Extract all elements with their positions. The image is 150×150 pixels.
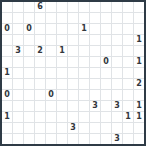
cell-r3c10[interactable] xyxy=(101,24,111,34)
cell-r3c12[interactable] xyxy=(123,24,133,34)
clue-cell-r9c1[interactable]: 0 xyxy=(2,90,12,100)
cell-r10c3[interactable] xyxy=(24,101,34,111)
cell-r4c9[interactable] xyxy=(90,35,100,45)
cell-r3c7[interactable] xyxy=(68,24,78,34)
cell-r7c10[interactable] xyxy=(101,68,111,78)
cell-r8c10[interactable] xyxy=(101,79,111,89)
cell-r10c12[interactable] xyxy=(123,101,133,111)
cell-r3c2[interactable] xyxy=(13,24,23,34)
cell-r12c4[interactable] xyxy=(35,123,45,133)
cell-r4c6[interactable] xyxy=(57,35,67,45)
cell-r1c10[interactable] xyxy=(101,2,111,12)
cell-r2c9[interactable] xyxy=(90,13,100,23)
cell-r11c9[interactable] xyxy=(90,112,100,122)
cell-r6c11[interactable] xyxy=(112,57,122,67)
cell-r11c11[interactable] xyxy=(112,112,122,122)
cell-r13c10[interactable] xyxy=(101,134,111,144)
cell-r13c6[interactable] xyxy=(57,134,67,144)
cell-r7c8[interactable] xyxy=(79,68,89,78)
cell-r6c5[interactable] xyxy=(46,57,56,67)
cell-r1c2[interactable] xyxy=(13,2,23,12)
cell-r7c3[interactable] xyxy=(24,68,34,78)
cell-r7c6[interactable] xyxy=(57,68,67,78)
cell-r5c11[interactable] xyxy=(112,46,122,56)
cell-r9c11[interactable] xyxy=(112,90,122,100)
clue-cell-r11c1[interactable]: 1 xyxy=(2,112,12,122)
cell-r6c2[interactable] xyxy=(13,57,23,67)
cell-r1c3[interactable] xyxy=(24,2,34,12)
cell-r6c4[interactable] xyxy=(35,57,45,67)
cell-r10c4[interactable] xyxy=(35,101,45,111)
cell-r2c11[interactable] xyxy=(112,13,122,23)
cell-r4c5[interactable] xyxy=(46,35,56,45)
cell-r4c1[interactable] xyxy=(2,35,12,45)
cell-r12c2[interactable] xyxy=(13,123,23,133)
cell-r8c4[interactable] xyxy=(35,79,45,89)
clue-cell-r4c13[interactable]: 1 xyxy=(134,35,144,45)
cell-r3c13[interactable] xyxy=(134,24,144,34)
cell-r7c11[interactable] xyxy=(112,68,122,78)
cell-r9c13[interactable] xyxy=(134,90,144,100)
cell-r13c9[interactable] xyxy=(90,134,100,144)
cell-r12c6[interactable] xyxy=(57,123,67,133)
cell-r3c11[interactable] xyxy=(112,24,122,34)
cell-r7c5[interactable] xyxy=(46,68,56,78)
cell-r4c12[interactable] xyxy=(123,35,133,45)
cell-r2c13[interactable] xyxy=(134,13,144,23)
cell-r2c7[interactable] xyxy=(68,13,78,23)
cell-r11c7[interactable] xyxy=(68,112,78,122)
cell-r13c12[interactable] xyxy=(123,134,133,144)
cell-r6c9[interactable] xyxy=(90,57,100,67)
cell-r12c12[interactable] xyxy=(123,123,133,133)
cell-r9c10[interactable] xyxy=(101,90,111,100)
cell-r5c7[interactable] xyxy=(68,46,78,56)
cell-r10c10[interactable] xyxy=(101,101,111,111)
cell-r4c4[interactable] xyxy=(35,35,45,45)
cell-r5c8[interactable] xyxy=(79,46,89,56)
cell-r9c4[interactable] xyxy=(35,90,45,100)
cell-r1c8[interactable] xyxy=(79,2,89,12)
clue-cell-r10c13[interactable]: 1 xyxy=(134,101,144,111)
cell-r11c6[interactable] xyxy=(57,112,67,122)
cell-r8c6[interactable] xyxy=(57,79,67,89)
cell-r13c2[interactable] xyxy=(13,134,23,144)
cell-r11c3[interactable] xyxy=(24,112,34,122)
cell-r1c1[interactable] xyxy=(2,2,12,12)
cell-r13c3[interactable] xyxy=(24,134,34,144)
clue-cell-r9c5[interactable]: 0 xyxy=(46,90,56,100)
cell-r1c11[interactable] xyxy=(112,2,122,12)
cell-r5c5[interactable] xyxy=(46,46,56,56)
clue-cell-r6c10[interactable]: 0 xyxy=(101,57,111,67)
cell-r6c12[interactable] xyxy=(123,57,133,67)
cell-r8c9[interactable] xyxy=(90,79,100,89)
cell-r9c9[interactable] xyxy=(90,90,100,100)
cell-r5c12[interactable] xyxy=(123,46,133,56)
cell-r4c8[interactable] xyxy=(79,35,89,45)
cell-r11c2[interactable] xyxy=(13,112,23,122)
clue-cell-r10c9[interactable]: 3 xyxy=(90,101,100,111)
cell-r9c8[interactable] xyxy=(79,90,89,100)
cell-r12c8[interactable] xyxy=(79,123,89,133)
cell-r12c13[interactable] xyxy=(134,123,144,133)
mosaic-puzzle-board: 6001132101120033111133 xyxy=(0,0,146,146)
cell-r4c2[interactable] xyxy=(13,35,23,45)
cell-r10c1[interactable] xyxy=(2,101,12,111)
cell-r7c7[interactable] xyxy=(68,68,78,78)
cell-r13c7[interactable] xyxy=(68,134,78,144)
cell-r12c9[interactable] xyxy=(90,123,100,133)
cell-r6c3[interactable] xyxy=(24,57,34,67)
cell-r1c5[interactable] xyxy=(46,2,56,12)
cell-r2c6[interactable] xyxy=(57,13,67,23)
cell-r8c7[interactable] xyxy=(68,79,78,89)
cell-r2c12[interactable] xyxy=(123,13,133,23)
puzzle-board-wrapper: 6001132101120033111133 xyxy=(0,0,146,146)
cell-r13c5[interactable] xyxy=(46,134,56,144)
cell-r4c7[interactable] xyxy=(68,35,78,45)
cell-r10c8[interactable] xyxy=(79,101,89,111)
cell-r8c1[interactable] xyxy=(2,79,12,89)
cell-r4c11[interactable] xyxy=(112,35,122,45)
clue-cell-r6c13[interactable]: 1 xyxy=(134,57,144,67)
cell-r2c1[interactable] xyxy=(2,13,12,23)
cell-r10c5[interactable] xyxy=(46,101,56,111)
cell-r10c2[interactable] xyxy=(13,101,23,111)
clue-cell-r5c2[interactable]: 3 xyxy=(13,46,23,56)
cell-r13c4[interactable] xyxy=(35,134,45,144)
cell-r6c8[interactable] xyxy=(79,57,89,67)
cell-r8c2[interactable] xyxy=(13,79,23,89)
cell-r7c4[interactable] xyxy=(35,68,45,78)
cell-r12c1[interactable] xyxy=(2,123,12,133)
cell-r3c4[interactable] xyxy=(35,24,45,34)
cell-r8c11[interactable] xyxy=(112,79,122,89)
cell-r12c10[interactable] xyxy=(101,123,111,133)
cell-r6c1[interactable] xyxy=(2,57,12,67)
cell-r5c10[interactable] xyxy=(101,46,111,56)
cell-r7c9[interactable] xyxy=(90,68,100,78)
cell-r7c12[interactable] xyxy=(123,68,133,78)
cell-r1c13[interactable] xyxy=(134,2,144,12)
cell-r3c5[interactable] xyxy=(46,24,56,34)
cell-r8c12[interactable] xyxy=(123,79,133,89)
cell-r8c8[interactable] xyxy=(79,79,89,89)
clue-cell-r10c11[interactable]: 3 xyxy=(112,101,122,111)
cell-r9c12[interactable] xyxy=(123,90,133,100)
cell-r5c3[interactable] xyxy=(24,46,34,56)
cell-r12c5[interactable] xyxy=(46,123,56,133)
cell-r13c1[interactable] xyxy=(2,134,12,144)
cell-r4c10[interactable] xyxy=(101,35,111,45)
cell-r13c13[interactable] xyxy=(134,134,144,144)
cell-r2c10[interactable] xyxy=(101,13,111,23)
cell-r12c3[interactable] xyxy=(24,123,34,133)
cell-r13c8[interactable] xyxy=(79,134,89,144)
cell-r1c12[interactable] xyxy=(123,2,133,12)
clue-cell-r3c1[interactable]: 0 xyxy=(2,24,12,34)
cell-r7c2[interactable] xyxy=(13,68,23,78)
clue-cell-r5c6[interactable]: 1 xyxy=(57,46,67,56)
cell-r3c6[interactable] xyxy=(57,24,67,34)
cell-r7c13[interactable] xyxy=(134,68,144,78)
cell-r4c3[interactable] xyxy=(24,35,34,45)
cell-r1c6[interactable] xyxy=(57,2,67,12)
cell-r6c6[interactable] xyxy=(57,57,67,67)
clue-cell-r12c7[interactable]: 3 xyxy=(68,123,78,133)
cell-r2c2[interactable] xyxy=(13,13,23,23)
cell-r2c3[interactable] xyxy=(24,13,34,23)
cell-r11c4[interactable] xyxy=(35,112,45,122)
cell-r9c3[interactable] xyxy=(24,90,34,100)
cell-r3c9[interactable] xyxy=(90,24,100,34)
cell-r2c8[interactable] xyxy=(79,13,89,23)
cell-r8c5[interactable] xyxy=(46,79,56,89)
cell-r2c5[interactable] xyxy=(46,13,56,23)
clue-cell-r7c1[interactable]: 1 xyxy=(2,68,12,78)
cell-r12c11[interactable] xyxy=(112,123,122,133)
cell-r2c4[interactable] xyxy=(35,13,45,23)
cell-r1c9[interactable] xyxy=(90,2,100,12)
cell-r11c8[interactable] xyxy=(79,112,89,122)
cell-r11c5[interactable] xyxy=(46,112,56,122)
clue-cell-r11c13[interactable]: 1 xyxy=(134,112,144,122)
cell-r9c7[interactable] xyxy=(68,90,78,100)
clue-cell-r5c4[interactable]: 2 xyxy=(35,46,45,56)
cell-r8c3[interactable] xyxy=(24,79,34,89)
clue-cell-r11c12[interactable]: 1 xyxy=(123,112,133,122)
cell-r9c2[interactable] xyxy=(13,90,23,100)
cell-r5c1[interactable] xyxy=(2,46,12,56)
clue-cell-r13c11[interactable]: 3 xyxy=(112,134,122,144)
cell-r5c13[interactable] xyxy=(134,46,144,56)
clue-cell-r8c13[interactable]: 2 xyxy=(134,79,144,89)
cell-r5c9[interactable] xyxy=(90,46,100,56)
cell-r1c7[interactable] xyxy=(68,2,78,12)
clue-cell-r3c3[interactable]: 0 xyxy=(24,24,34,34)
cell-r10c7[interactable] xyxy=(68,101,78,111)
clue-cell-r1c4[interactable]: 6 xyxy=(35,2,45,12)
cell-r9c6[interactable] xyxy=(57,90,67,100)
cell-r10c6[interactable] xyxy=(57,101,67,111)
cell-r11c10[interactable] xyxy=(101,112,111,122)
clue-cell-r3c8[interactable]: 1 xyxy=(79,24,89,34)
cell-r6c7[interactable] xyxy=(68,57,78,67)
